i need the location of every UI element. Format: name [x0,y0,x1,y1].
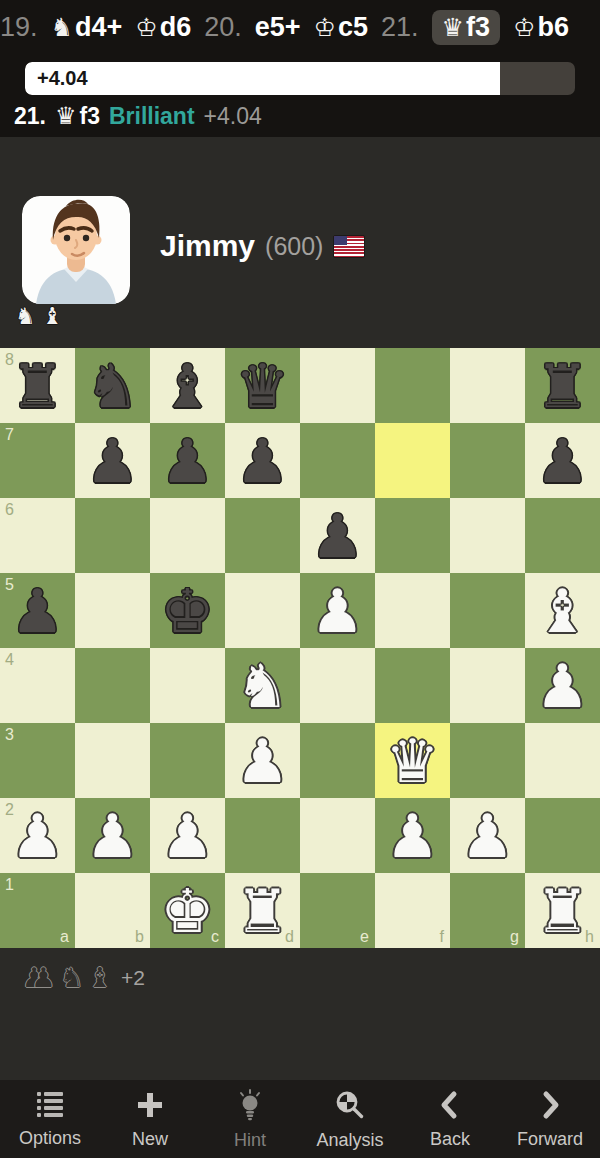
square-a7[interactable]: 7 [0,423,75,498]
square-g6[interactable] [450,498,525,573]
analysis-magnifier-icon [333,1088,367,1126]
square-c4[interactable] [150,648,225,723]
square-d5[interactable] [225,573,300,648]
piece-white-pawn-f2[interactable]: ♟ [386,806,440,866]
square-a6[interactable]: 6 [0,498,75,573]
evaluation-bar: +4.04 [25,62,575,95]
piece-white-rook-h1[interactable]: ♜ [536,881,590,941]
move-number: 21. [381,12,419,43]
square-d3[interactable]: ♟ [225,723,300,798]
file-label-d: d [285,928,294,946]
square-e4[interactable] [300,648,375,723]
move-classification-badge: Brilliant [109,103,195,130]
square-c2[interactable]: ♟ [150,798,225,873]
square-e2[interactable] [300,798,375,873]
piece-white-pawn-a2[interactable]: ♟ [11,806,65,866]
square-d6[interactable] [225,498,300,573]
material-advantage: +2 [121,966,145,990]
square-b3[interactable] [75,723,150,798]
square-f6[interactable] [375,498,450,573]
rank-label-2: 2 [5,801,14,819]
rank-label-5: 5 [5,576,14,594]
evaluation-white-fill [25,62,500,95]
king-figurine-icon: ♔ [135,13,157,42]
square-b4[interactable] [75,648,150,723]
player-avatar[interactable] [22,196,130,304]
move-text: b6 [537,12,569,43]
square-d4[interactable]: ♞ [225,648,300,723]
square-b6[interactable] [75,498,150,573]
square-c7[interactable]: ♟ [150,423,225,498]
piece-white-knight-d4[interactable]: ♞ [236,656,290,716]
chevron-right-icon [534,1089,566,1125]
square-b5[interactable] [75,573,150,648]
captured-black-piece-icon: ♞ [59,962,83,993]
piece-white-pawn-c2[interactable]: ♟ [161,806,215,866]
piece-black-rook-h8[interactable]: ♜ [536,356,590,416]
captured-by-white-tray: ♟♟♞♝+2 [22,962,145,993]
move-text: d6 [160,12,192,43]
square-d1[interactable]: d♜ [225,873,300,948]
piece-black-pawn-c7[interactable]: ♟ [161,431,215,491]
square-g3[interactable] [450,723,525,798]
annotation-move-number: 21. [14,103,46,130]
rank-label-3: 3 [5,726,14,744]
evaluation-value: +4.04 [37,62,88,95]
evaluation-zone: +4.04 21. ♛ f3 Brilliant +4.04 [0,55,600,137]
square-a4[interactable]: 4 [0,648,75,723]
square-f3[interactable]: ♛ [375,723,450,798]
captured-white-piece-icon: ♞ [15,303,36,329]
move-text: f3 [466,12,490,43]
piece-white-pawn-h4[interactable]: ♟ [536,656,590,716]
square-d2[interactable] [225,798,300,873]
piece-black-pawn-d7[interactable]: ♟ [236,431,290,491]
square-b2[interactable]: ♟ [75,798,150,873]
rank-label-4: 4 [5,651,14,669]
toolbar-label: Hint [234,1130,266,1151]
captured-by-black-tray: ♞♝ [15,303,62,329]
file-label-f: f [440,928,444,946]
piece-white-rook-d1[interactable]: ♜ [236,881,290,941]
analysis-button[interactable]: Analysis [300,1080,400,1158]
square-h5[interactable]: ♝ [525,573,600,648]
move-item-d4[interactable]: ♞d4+ [51,12,123,43]
move-item-e5[interactable]: e5+ [255,12,301,43]
piece-black-bishop-c8[interactable]: ♝ [161,356,215,416]
queen-figurine-icon: ♛ [55,102,77,130]
square-a8[interactable]: 8♜ [0,348,75,423]
move-list-bar: 19.♞d4+♔d620.e5+♔c521.♛f3♔b6 [0,0,600,55]
move-number: 19. [0,12,38,43]
move-item-d6[interactable]: ♔d6 [135,12,191,43]
annotation-eval: +4.04 [204,103,262,130]
square-b8[interactable]: ♞ [75,348,150,423]
options-button[interactable]: Options [0,1080,100,1158]
square-g1[interactable]: g [450,873,525,948]
square-g8[interactable] [450,348,525,423]
square-h4[interactable]: ♟ [525,648,600,723]
square-g2[interactable]: ♟ [450,798,525,873]
square-e8[interactable] [300,348,375,423]
square-c5[interactable]: ♚ [150,573,225,648]
square-d7[interactable]: ♟ [225,423,300,498]
rank-label-1: 1 [5,876,14,894]
file-label-g: g [510,928,519,946]
file-label-a: a [60,928,69,946]
square-f4[interactable] [375,648,450,723]
square-h6[interactable] [525,498,600,573]
player-rating: (600) [265,232,323,261]
piece-white-king-c1[interactable]: ♚ [161,881,215,941]
square-e1[interactable]: e [300,873,375,948]
square-f7[interactable] [375,423,450,498]
king-figurine-icon: ♔ [513,13,535,42]
square-g4[interactable] [450,648,525,723]
piece-black-pawn-e6[interactable]: ♟ [311,506,365,566]
bottom-toolbar: OptionsNewHintAnalysisBackForward [0,1080,600,1158]
captured-white-piece-icon: ♝ [42,303,63,329]
move-text: e5+ [255,12,301,43]
square-h1[interactable]: h♜ [525,873,600,948]
square-c3[interactable] [150,723,225,798]
square-f2[interactable]: ♟ [375,798,450,873]
new-button[interactable]: New [100,1080,200,1158]
move-item-f3[interactable]: ♛f3 [432,10,500,45]
square-g7[interactable] [450,423,525,498]
square-f5[interactable] [375,573,450,648]
piece-white-pawn-b2[interactable]: ♟ [86,806,140,866]
piece-black-pawn-b7[interactable]: ♟ [86,431,140,491]
square-a3[interactable]: 3 [0,723,75,798]
file-label-e: e [360,928,369,946]
square-e7[interactable] [300,423,375,498]
square-h8[interactable]: ♜ [525,348,600,423]
toolbar-label: Analysis [316,1130,383,1151]
file-label-h: h [585,928,594,946]
forward-button[interactable]: Forward [500,1080,600,1158]
avatar-image [22,196,130,304]
piece-white-pawn-g2[interactable]: ♟ [461,806,515,866]
square-a5[interactable]: 5♟ [0,573,75,648]
move-text: d4+ [75,12,122,43]
captured-black-piece-icon: ♝ [88,962,112,993]
move-item-c5[interactable]: ♔c5 [314,12,368,43]
square-f8[interactable] [375,348,450,423]
piece-white-pawn-d3[interactable]: ♟ [236,731,290,791]
rank-label-6: 6 [5,501,14,519]
square-h3[interactable] [525,723,600,798]
piece-black-knight-b8[interactable]: ♞ [86,356,140,416]
file-label-c: c [211,928,219,946]
king-figurine-icon: ♔ [314,13,336,42]
rank-label-7: 7 [5,426,14,444]
square-d8[interactable]: ♛ [225,348,300,423]
options-list-icon [35,1090,65,1124]
captured-black-piece-icon: ♟ [31,962,55,993]
annotation-move: f3 [80,103,100,130]
move-item-b6[interactable]: ♔b6 [513,12,569,43]
square-b7[interactable]: ♟ [75,423,150,498]
piece-white-queen-f3[interactable]: ♛ [386,731,440,791]
player-panel: Jimmy (600) ♞♝ [0,137,600,348]
chevron-left-icon [434,1089,466,1125]
back-button[interactable]: Back [400,1080,500,1158]
square-h2[interactable] [525,798,600,873]
queen-figurine-icon: ♛ [442,13,464,42]
piece-black-pawn-h7[interactable]: ♟ [536,431,590,491]
piece-white-bishop-h5[interactable]: ♝ [536,581,590,641]
square-b1[interactable]: b [75,873,150,948]
square-e5[interactable]: ♟ [300,573,375,648]
square-c8[interactable]: ♝ [150,348,225,423]
chess-board: 8♜♞♝♛♜7♟♟♟♟6♟5♟♚♟♝4♞♟3♟♛2♟♟♟♟♟1abc♚d♜efg… [0,348,600,948]
toolbar-label: Forward [517,1129,583,1150]
knight-figurine-icon: ♞ [51,13,73,42]
square-h7[interactable]: ♟ [525,423,600,498]
lightbulb-icon [233,1088,267,1126]
square-g5[interactable] [450,573,525,648]
piece-black-king-c5[interactable]: ♚ [161,581,215,641]
square-e6[interactable]: ♟ [300,498,375,573]
square-f1[interactable]: f [375,873,450,948]
plus-icon [134,1089,166,1125]
piece-black-rook-a8[interactable]: ♜ [11,356,65,416]
hint-button[interactable]: Hint [200,1080,300,1158]
player-name: Jimmy [160,229,255,263]
rank-label-8: 8 [5,351,14,369]
piece-black-queen-d8[interactable]: ♛ [236,356,290,416]
square-e3[interactable] [300,723,375,798]
square-c1[interactable]: c♚ [150,873,225,948]
file-label-b: b [135,928,144,946]
square-a2[interactable]: 2♟ [0,798,75,873]
toolbar-label: Back [430,1129,470,1150]
piece-white-pawn-e5[interactable]: ♟ [311,581,365,641]
piece-black-pawn-a5[interactable]: ♟ [11,581,65,641]
toolbar-label: New [132,1129,168,1150]
move-number: 20. [204,12,242,43]
square-a1[interactable]: 1a [0,873,75,948]
move-annotation: 21. ♛ f3 Brilliant +4.04 [14,101,262,131]
move-text: c5 [338,12,368,43]
toolbar-label: Options [19,1128,81,1149]
square-c6[interactable] [150,498,225,573]
us-flag-icon [333,235,365,258]
